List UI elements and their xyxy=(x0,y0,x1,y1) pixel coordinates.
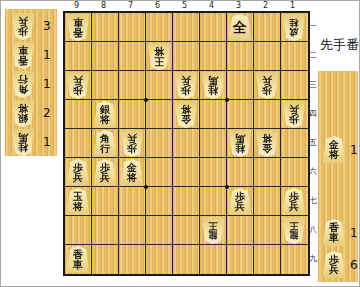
piece-kanji: 桂 xyxy=(290,19,299,28)
board-cell-9-8[interactable] xyxy=(65,216,92,245)
piece-kanji: 将 xyxy=(18,104,28,114)
piece-kanji: 角 xyxy=(18,85,28,95)
board-cell-1-6[interactable] xyxy=(281,158,308,187)
board-cell-2-7[interactable] xyxy=(254,187,281,216)
rank-label-1: 一 xyxy=(307,21,319,32)
gote-hand-lance[interactable]: 香車 xyxy=(11,42,35,69)
piece-kanji: 歩 xyxy=(73,163,83,173)
rank-label-2: 二 xyxy=(307,50,319,61)
sente-captured-tray: 金将1香車1歩兵6 xyxy=(318,71,358,282)
board-cell-9-5[interactable] xyxy=(65,129,92,158)
piece-kanji: 金 xyxy=(181,115,191,125)
board-cell-8-9[interactable] xyxy=(92,245,119,274)
piece-kanji: 将 xyxy=(262,134,272,144)
piece-kanji: 兵 xyxy=(329,265,339,275)
hoshi-dot xyxy=(144,98,148,102)
gote-hand-bishop-count: 1 xyxy=(43,77,51,91)
piece-kanji: 馬 xyxy=(208,76,218,86)
piece-kanji: 王 xyxy=(290,222,299,231)
piece-kanji: 龍 xyxy=(209,231,218,240)
piece-kanji: 金 xyxy=(262,144,272,154)
piece-kanji: 車 xyxy=(73,260,83,270)
piece-kanji: 香 xyxy=(18,56,28,66)
gote-hand-pawn[interactable]: 歩兵 xyxy=(11,13,35,40)
board-cell-4-9[interactable] xyxy=(200,245,227,274)
board-cell-5-7[interactable] xyxy=(173,187,200,216)
board-cell-4-4[interactable] xyxy=(200,100,227,129)
piece-kanji: 金 xyxy=(127,163,137,173)
board-cell-3-2[interactable] xyxy=(227,42,254,71)
piece-kanji: 歩 xyxy=(100,163,110,173)
board-cell-7-2[interactable] xyxy=(119,42,146,71)
board-cell-6-8[interactable] xyxy=(146,216,173,245)
board-cell-3-6[interactable] xyxy=(227,158,254,187)
shogi-diagram: 987654321 歩兵3香車1角行1銀将2桂馬1 香車全成桂王将歩兵歩兵桂馬歩… xyxy=(0,0,360,287)
piece-kanji: 王 xyxy=(154,57,164,67)
board-cell-2-1[interactable] xyxy=(254,13,281,42)
board-cell-8-1[interactable] xyxy=(92,13,119,42)
gote-hand-bishop[interactable]: 角行 xyxy=(11,71,35,98)
board-cell-5-9[interactable] xyxy=(173,245,200,274)
sente-hand-gold-count: 1 xyxy=(350,143,358,157)
piece-kanji: 歩 xyxy=(73,86,83,96)
piece-kanji: 兵 xyxy=(289,202,299,212)
file-label-7: 7 xyxy=(117,1,144,11)
piece-kanji: 歩 xyxy=(127,144,137,154)
piece-kanji: 全 xyxy=(233,20,247,35)
piece-kanji: 兵 xyxy=(73,173,83,183)
piece-kanji: 車 xyxy=(329,233,339,243)
board-cell-9-2[interactable] xyxy=(65,42,92,71)
file-labels: 987654321 xyxy=(63,1,306,11)
piece-kanji: 兵 xyxy=(262,76,272,86)
board-cell-3-3[interactable] xyxy=(227,71,254,100)
board-cell-1-9[interactable] xyxy=(281,245,308,274)
piece-kanji: 馬 xyxy=(18,133,28,143)
file-label-8: 8 xyxy=(90,1,117,11)
piece-kanji: 兵 xyxy=(181,76,191,86)
piece-kanji: 将 xyxy=(100,115,110,125)
piece-kanji: 香 xyxy=(329,223,339,233)
board-cell-7-9[interactable] xyxy=(119,245,146,274)
board-cell-4-2[interactable] xyxy=(200,42,227,71)
board-cell-6-1[interactable] xyxy=(146,13,173,42)
gote-hand-lance-count: 1 xyxy=(43,48,51,62)
shogi-board: 香車全成桂王将歩兵歩兵桂馬歩兵銀将金将歩兵角行歩兵桂馬金将歩兵歩兵金将玉将歩兵歩… xyxy=(63,11,310,276)
board-cell-6-6[interactable] xyxy=(146,158,173,187)
piece-kanji: 香 xyxy=(73,28,83,38)
piece-kanji: 金 xyxy=(329,140,339,150)
file-label-4: 4 xyxy=(198,1,225,11)
board-cell-7-8[interactable] xyxy=(119,216,146,245)
board-cell-4-5[interactable] xyxy=(200,129,227,158)
hoshi-dot xyxy=(225,185,229,189)
hoshi-dot xyxy=(144,185,148,189)
gote-hand-knight[interactable]: 桂馬 xyxy=(11,129,35,156)
piece-kanji: 龍 xyxy=(290,231,299,240)
board-cell-8-7[interactable] xyxy=(92,187,119,216)
board-cell-6-3[interactable] xyxy=(146,71,173,100)
piece-kanji: 玉 xyxy=(73,192,83,202)
gote-hand-knight-count: 1 xyxy=(43,135,51,149)
board-cell-7-3[interactable] xyxy=(119,71,146,100)
sente-hand-pawn[interactable]: 歩兵 xyxy=(322,251,346,278)
piece-kanji: 桂 xyxy=(208,86,218,96)
turn-indicator: 先手番 xyxy=(320,36,360,54)
board-cell-4-1[interactable] xyxy=(200,13,227,42)
piece-kanji: 歩 xyxy=(329,255,339,265)
board-cell-3-4[interactable] xyxy=(227,100,254,129)
board-cell-6-5[interactable] xyxy=(146,129,173,158)
board-cell-5-6[interactable] xyxy=(173,158,200,187)
piece-kanji: 兵 xyxy=(100,173,110,183)
piece-kanji: 香 xyxy=(73,250,83,260)
piece-kanji: 王 xyxy=(209,222,218,231)
file-label-6: 6 xyxy=(144,1,171,11)
piece-kanji: 銀 xyxy=(100,105,110,115)
gote-hand-silver-count: 2 xyxy=(43,106,51,120)
piece-kanji: 行 xyxy=(100,144,110,154)
piece-kanji: 銀 xyxy=(18,114,28,124)
board-cell-3-9[interactable] xyxy=(227,245,254,274)
board-cell-9-4[interactable] xyxy=(65,100,92,129)
piece-kanji: 車 xyxy=(18,46,28,56)
piece-kanji: 将 xyxy=(329,150,339,160)
piece-kanji: 歩 xyxy=(235,192,245,202)
board-cell-2-6[interactable] xyxy=(254,158,281,187)
board-cell-1-2[interactable] xyxy=(281,42,308,71)
piece-kanji: 将 xyxy=(73,202,83,212)
sente-hand-lance-count: 1 xyxy=(350,226,358,240)
file-label-9: 9 xyxy=(63,1,90,11)
piece-kanji: 兵 xyxy=(289,105,299,115)
piece-kanji: 兵 xyxy=(235,202,245,212)
board-cell-2-8[interactable] xyxy=(254,216,281,245)
piece-kanji: 桂 xyxy=(235,144,245,154)
board-cell-7-4[interactable] xyxy=(119,100,146,129)
sente-hand-lance[interactable]: 香車 xyxy=(322,219,346,246)
piece-kanji: 行 xyxy=(18,75,28,85)
hoshi-dot xyxy=(225,98,229,102)
gote-hand-silver[interactable]: 銀将 xyxy=(11,100,35,127)
board-cell-4-7[interactable] xyxy=(200,187,227,216)
board-cell-7-1[interactable] xyxy=(119,13,146,42)
board-cell-6-4[interactable] xyxy=(146,100,173,129)
board-cell-4-6[interactable] xyxy=(200,158,227,187)
board-cell-6-9[interactable] xyxy=(146,245,173,274)
board-cell-8-2[interactable] xyxy=(92,42,119,71)
file-label-5: 5 xyxy=(171,1,198,11)
file-label-2: 2 xyxy=(252,1,279,11)
piece-kanji: 将 xyxy=(127,173,137,183)
piece-kanji: 将 xyxy=(154,47,164,57)
board-cell-5-1[interactable] xyxy=(173,13,200,42)
gote-captured-tray: 歩兵3香車1角行1銀将2桂馬1 xyxy=(5,9,57,156)
board-cell-5-2[interactable] xyxy=(173,42,200,71)
file-label-1: 1 xyxy=(279,1,306,11)
piece-kanji: 成 xyxy=(290,28,299,37)
board-cell-1-5[interactable] xyxy=(281,129,308,158)
board-cell-5-8[interactable] xyxy=(173,216,200,245)
file-label-3: 3 xyxy=(225,1,252,11)
sente-hand-pawn-count: 6 xyxy=(350,258,358,272)
piece-kanji: 歩 xyxy=(181,86,191,96)
piece-kanji: 桂 xyxy=(18,143,28,153)
piece-kanji: 兵 xyxy=(18,17,28,27)
sente-hand-gold[interactable]: 金将 xyxy=(322,136,346,163)
board-cell-2-2[interactable] xyxy=(254,42,281,71)
board-cell-1-3[interactable] xyxy=(281,71,308,100)
board-cell-2-9[interactable] xyxy=(254,245,281,274)
board-cell-2-4[interactable] xyxy=(254,100,281,129)
piece-kanji: 兵 xyxy=(73,76,83,86)
piece-kanji: 歩 xyxy=(289,192,299,202)
piece-kanji: 兵 xyxy=(127,134,137,144)
piece-kanji: 歩 xyxy=(262,86,272,96)
piece-kanji: 歩 xyxy=(18,27,28,37)
piece-kanji: 角 xyxy=(100,134,110,144)
piece-kanji: 馬 xyxy=(235,134,245,144)
board-cell-8-3[interactable] xyxy=(92,71,119,100)
board-cell-5-5[interactable] xyxy=(173,129,200,158)
piece-kanji: 将 xyxy=(181,105,191,115)
board-cell-3-8[interactable] xyxy=(227,216,254,245)
gote-hand-pawn-count: 3 xyxy=(43,19,51,33)
piece-kanji: 車 xyxy=(73,18,83,28)
board-cell-6-7[interactable] xyxy=(146,187,173,216)
piece-kanji: 歩 xyxy=(289,115,299,125)
board-cell-8-8[interactable] xyxy=(92,216,119,245)
board-cell-7-7[interactable] xyxy=(119,187,146,216)
